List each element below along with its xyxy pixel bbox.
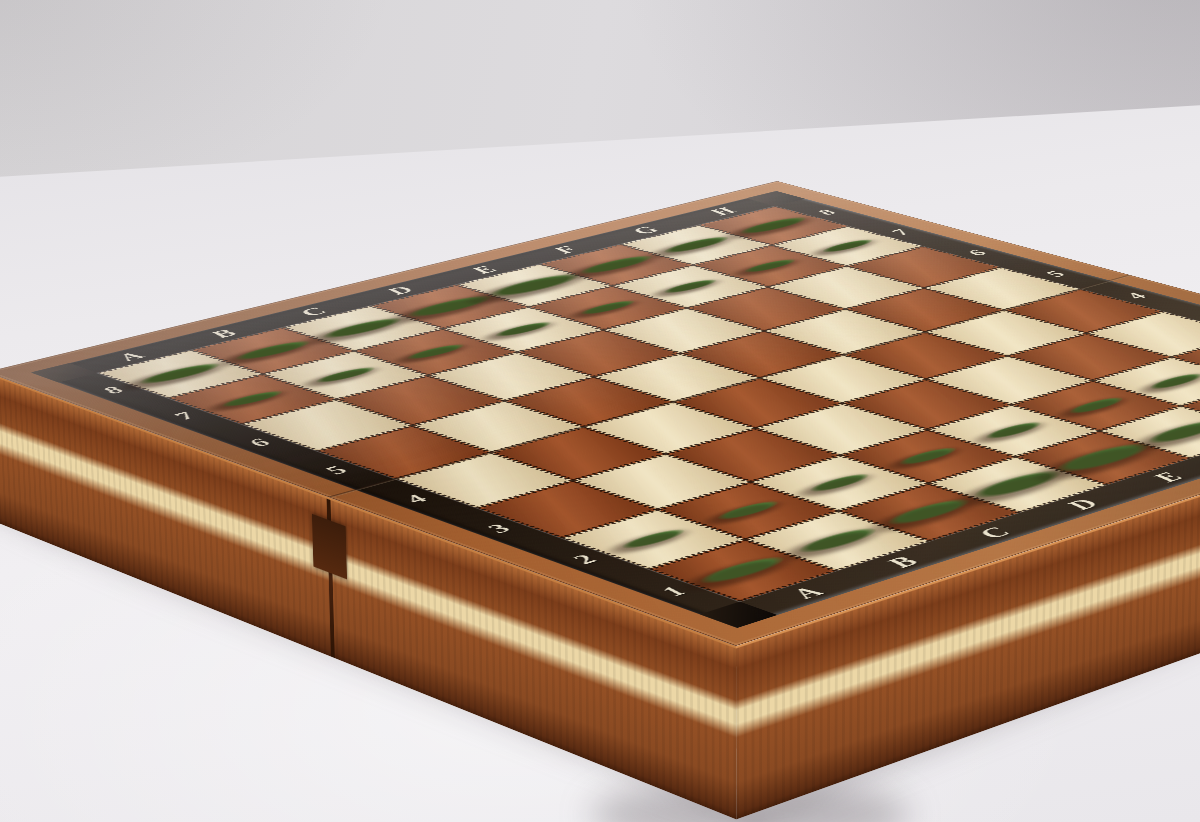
white-rook-icon: ♜ xyxy=(611,287,874,580)
box-hinge xyxy=(312,514,347,580)
black-pawn-icon: ♟ xyxy=(164,209,341,406)
chess-board: 8877665544332211AABBCCDDEEFFGGHH♜♞♝♛♚♝♞♜… xyxy=(0,181,1200,646)
chess-set-photo: 8877665544332211AABBCCDDEEFFGGHH♜♞♝♛♚♝♞♜… xyxy=(0,0,1200,822)
perspective-stage: 8877665544332211AABBCCDDEEFFGGHH♜♞♝♛♚♝♞♜… xyxy=(0,0,1200,822)
